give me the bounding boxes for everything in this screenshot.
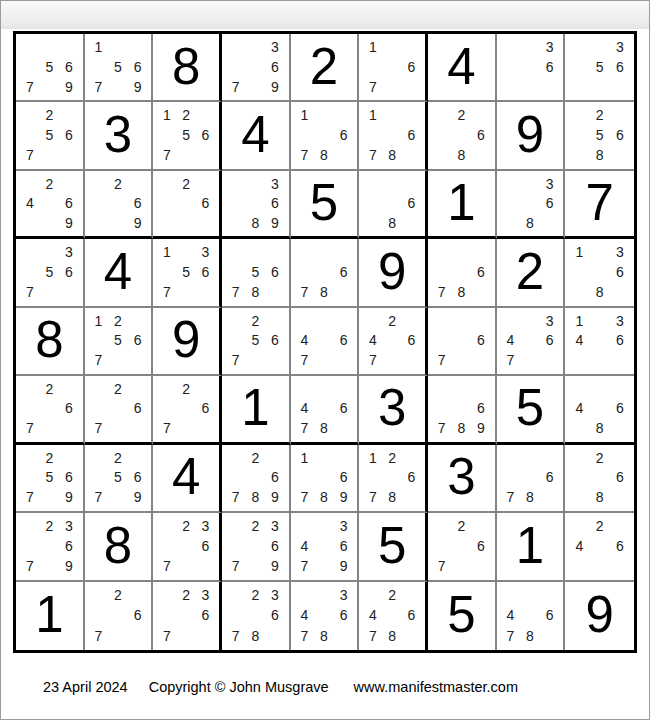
cell-r2c5[interactable]: 1678: [291, 102, 360, 170]
candidate-5: 5: [40, 262, 60, 282]
cell-r6c6[interactable]: 3: [359, 376, 428, 444]
candidate-7: 7: [20, 418, 40, 437]
candidate-6: 6: [334, 399, 354, 418]
candidate-8: 8: [383, 626, 402, 646]
cell-r3c4[interactable]: 3689: [222, 171, 291, 239]
cell-r2c9[interactable]: 2568: [565, 102, 634, 170]
cell-r4c2[interactable]: 4: [85, 239, 154, 307]
candidate-8: 8: [314, 487, 334, 507]
candidate-6: 6: [334, 125, 354, 145]
candidate-5: 5: [40, 57, 60, 77]
pencil-marks: 5679: [16, 34, 83, 100]
pencil-marks: 15679: [85, 34, 152, 100]
cell-value: 9: [516, 109, 544, 160]
candidate-6: 6: [610, 262, 630, 282]
candidate-7: 7: [89, 487, 109, 507]
candidate-3: 3: [540, 37, 560, 57]
candidate-6: 6: [540, 605, 560, 625]
cell-r9c8[interactable]: 4678: [497, 582, 566, 650]
candidate-3: 3: [334, 585, 354, 605]
cell-r2c6[interactable]: 1678: [359, 102, 428, 170]
candidate-3: 3: [196, 242, 215, 262]
candidate-2: 2: [40, 174, 60, 193]
cell-r2c3[interactable]: 12567: [153, 102, 222, 170]
candidate-4: 4: [363, 605, 382, 625]
candidate-7: 7: [157, 282, 176, 302]
candidate-6: 6: [540, 467, 560, 487]
pencil-marks: 34679: [291, 513, 358, 579]
pencil-marks: 267: [16, 376, 83, 441]
cell-r3c5[interactable]: 5: [291, 171, 360, 239]
cell-r5c1[interactable]: 8: [16, 308, 85, 376]
candidate-6: 6: [59, 262, 79, 282]
candidate-1: 1: [157, 242, 176, 262]
candidate-2: 2: [40, 105, 60, 125]
cell-r3c1[interactable]: 2469: [16, 171, 85, 239]
candidate-7: 7: [89, 350, 109, 370]
cell-r3c3[interactable]: 26: [153, 171, 222, 239]
cell-value: 5: [310, 177, 338, 228]
candidate-7: 7: [20, 282, 40, 302]
cell-r2c4[interactable]: 4: [222, 102, 291, 170]
cell-r7c8[interactable]: 678: [497, 445, 566, 513]
candidate-5: 5: [177, 125, 196, 145]
candidate-6: 6: [471, 262, 491, 282]
candidate-6: 6: [334, 605, 354, 625]
pencil-marks: 2367: [153, 513, 219, 579]
candidate-2: 2: [383, 311, 402, 331]
cell-r1c8[interactable]: 36: [497, 34, 566, 102]
candidate-7: 7: [363, 77, 382, 97]
candidate-1: 1: [89, 311, 109, 331]
candidate-3: 3: [59, 516, 79, 536]
pencil-marks: 2567: [222, 308, 289, 374]
candidate-9: 9: [265, 77, 285, 97]
pencil-marks: 23679: [222, 513, 289, 579]
sudoku-board: 5679156798367921674363562567312567416781…: [13, 31, 637, 653]
cell-r7c9[interactable]: 268: [565, 445, 634, 513]
cell-r5c3[interactable]: 9: [153, 308, 222, 376]
cell-r8c4[interactable]: 23679: [222, 513, 291, 581]
candidate-9: 9: [59, 556, 79, 576]
cell-r5c8[interactable]: 3467: [497, 308, 566, 376]
candidate-2: 2: [108, 585, 128, 605]
candidate-7: 7: [226, 626, 246, 646]
candidate-5: 5: [590, 125, 610, 145]
candidate-6: 6: [265, 605, 285, 625]
pencil-marks: 36: [497, 34, 564, 100]
candidate-8: 8: [452, 282, 472, 302]
candidate-7: 7: [20, 556, 40, 576]
candidate-8: 8: [520, 487, 540, 507]
candidate-4: 4: [569, 399, 589, 418]
candidate-9: 9: [59, 213, 79, 232]
candidate-6: 6: [610, 331, 630, 351]
cell-r4c8[interactable]: 2: [497, 239, 566, 307]
cell-value: 7: [585, 177, 613, 228]
pencil-marks: 678: [497, 445, 564, 511]
candidate-2: 2: [108, 174, 128, 193]
candidate-4: 4: [569, 536, 589, 556]
pencil-marks: 2469: [16, 171, 83, 236]
pencil-marks: 246: [565, 513, 634, 579]
cell-r1c7[interactable]: 4: [428, 34, 497, 102]
cell-r3c8[interactable]: 368: [497, 171, 566, 239]
candidate-2: 2: [246, 585, 266, 605]
candidate-6: 6: [128, 193, 148, 212]
candidate-6: 6: [334, 467, 354, 487]
candidate-1: 1: [157, 105, 176, 125]
pencil-marks: 2568: [565, 102, 634, 168]
pencil-marks: 24678: [359, 582, 425, 650]
pencil-marks: 356: [565, 34, 634, 100]
candidate-7: 7: [295, 487, 315, 507]
candidate-7: 7: [226, 487, 246, 507]
candidate-2: 2: [590, 516, 610, 536]
candidate-9: 9: [265, 556, 285, 576]
cell-value: 5: [516, 382, 544, 433]
cell-r5c5[interactable]: 467: [291, 308, 360, 376]
candidate-9: 9: [471, 418, 491, 437]
cell-r4c1[interactable]: 3567: [16, 239, 85, 307]
candidate-7: 7: [295, 145, 315, 165]
candidate-6: 6: [610, 536, 630, 556]
candidate-7: 7: [89, 418, 109, 437]
pencil-marks: 26789: [222, 445, 289, 511]
cell-r8c1[interactable]: 23679: [16, 513, 85, 581]
pencil-marks: 678: [428, 239, 495, 305]
cell-r6c9[interactable]: 468: [565, 376, 634, 444]
cell-r9c9[interactable]: 9: [565, 582, 634, 650]
cell-r8c2[interactable]: 8: [85, 513, 154, 581]
candidate-8: 8: [314, 626, 334, 646]
pencil-marks: 2467: [359, 308, 425, 374]
candidate-2: 2: [108, 448, 128, 468]
pencil-marks: 25679: [85, 445, 152, 511]
candidate-6: 6: [334, 331, 354, 351]
cell-r9c6[interactable]: 24678: [359, 582, 428, 650]
candidate-7: 7: [226, 77, 246, 97]
cell-r7c5[interactable]: 16789: [291, 445, 360, 513]
cell-r1c9[interactable]: 356: [565, 34, 634, 102]
footer: 23 April 2024 Copyright © John Musgrave …: [43, 679, 518, 695]
candidate-4: 4: [295, 605, 315, 625]
pencil-marks: 167: [359, 34, 425, 100]
cell-value: 1: [447, 177, 475, 228]
cell-r7c3[interactable]: 4: [153, 445, 222, 513]
cell-value: 8: [35, 314, 63, 365]
candidate-9: 9: [128, 487, 148, 507]
cell-r5c9[interactable]: 1346: [565, 308, 634, 376]
candidate-4: 4: [501, 331, 521, 351]
cell-value: 2: [516, 246, 544, 297]
candidate-2: 2: [246, 516, 266, 536]
candidate-6: 6: [402, 57, 421, 77]
candidate-6: 6: [196, 605, 215, 625]
candidate-7: 7: [295, 282, 315, 302]
cell-r4c3[interactable]: 13567: [153, 239, 222, 307]
pencil-marks: 267: [85, 376, 152, 441]
pencil-marks: 267: [428, 513, 495, 579]
candidate-7: 7: [20, 77, 40, 97]
candidate-2: 2: [40, 448, 60, 468]
cell-r2c1[interactable]: 2567: [16, 102, 85, 170]
candidate-9: 9: [59, 77, 79, 97]
candidate-4: 4: [363, 331, 382, 351]
pencil-marks: 13567: [153, 239, 219, 305]
cell-r3c2[interactable]: 269: [85, 171, 154, 239]
candidate-8: 8: [520, 626, 540, 646]
candidate-5: 5: [590, 57, 610, 77]
candidate-2: 2: [177, 105, 196, 125]
cell-r8c8[interactable]: 1: [497, 513, 566, 581]
candidate-2: 2: [590, 105, 610, 125]
candidate-3: 3: [334, 516, 354, 536]
candidate-6: 6: [471, 331, 491, 351]
candidate-1: 1: [295, 448, 315, 468]
pencil-marks: 1678: [359, 102, 425, 168]
candidate-6: 6: [265, 536, 285, 556]
candidate-6: 6: [265, 262, 285, 282]
candidate-7: 7: [501, 626, 521, 646]
cell-r7c2[interactable]: 25679: [85, 445, 154, 513]
cell-r6c7[interactable]: 6789: [428, 376, 497, 444]
candidate-6: 6: [196, 536, 215, 556]
candidate-9: 9: [265, 213, 285, 232]
pencil-marks: 1346: [565, 308, 634, 374]
candidate-6: 6: [59, 467, 79, 487]
candidate-4: 4: [295, 536, 315, 556]
cell-value: 4: [241, 109, 269, 160]
candidate-6: 6: [196, 125, 215, 145]
candidate-7: 7: [226, 350, 246, 370]
cell-r4c7[interactable]: 678: [428, 239, 497, 307]
candidate-5: 5: [246, 262, 266, 282]
cell-r4c6[interactable]: 9: [359, 239, 428, 307]
candidate-3: 3: [265, 174, 285, 193]
cell-r1c1[interactable]: 5679: [16, 34, 85, 102]
candidate-3: 3: [265, 37, 285, 57]
cell-r6c4[interactable]: 1: [222, 376, 291, 444]
candidate-7: 7: [157, 626, 176, 646]
candidate-2: 2: [177, 379, 196, 398]
cell-r3c6[interactable]: 68: [359, 171, 428, 239]
candidate-4: 4: [501, 605, 521, 625]
cell-value: 3: [378, 382, 406, 433]
candidate-7: 7: [20, 487, 40, 507]
cell-r5c6[interactable]: 2467: [359, 308, 428, 376]
pencil-marks: 3679: [222, 34, 289, 100]
candidate-3: 3: [196, 585, 215, 605]
candidate-9: 9: [334, 487, 354, 507]
candidate-6: 6: [402, 125, 421, 145]
candidate-6: 6: [265, 57, 285, 77]
cell-r9c2[interactable]: 267: [85, 582, 154, 650]
cell-r1c6[interactable]: 167: [359, 34, 428, 102]
candidate-2: 2: [177, 174, 196, 193]
pencil-marks: 267: [153, 376, 219, 441]
cell-r1c5[interactable]: 2: [291, 34, 360, 102]
cell-r4c9[interactable]: 1368: [565, 239, 634, 307]
candidate-2: 2: [108, 311, 128, 331]
cell-r8c5[interactable]: 34679: [291, 513, 360, 581]
candidate-6: 6: [265, 467, 285, 487]
pencil-marks: 1678: [291, 102, 358, 168]
candidate-4: 4: [295, 331, 315, 351]
candidate-2: 2: [383, 585, 402, 605]
pencil-marks: 25679: [16, 445, 83, 511]
cell-r4c4[interactable]: 5678: [222, 239, 291, 307]
cell-r9c4[interactable]: 23678: [222, 582, 291, 650]
cell-value: 5: [447, 589, 475, 640]
candidate-7: 7: [226, 282, 246, 302]
pencil-marks: 6789: [428, 376, 495, 441]
cell-r2c8[interactable]: 9: [497, 102, 566, 170]
candidate-7: 7: [226, 556, 246, 576]
candidate-8: 8: [314, 145, 334, 165]
candidate-6: 6: [540, 57, 560, 77]
cell-value: 1: [241, 382, 269, 433]
candidate-9: 9: [128, 77, 148, 97]
candidate-2: 2: [246, 311, 266, 331]
candidate-2: 2: [177, 516, 196, 536]
candidate-6: 6: [128, 331, 148, 351]
candidate-8: 8: [246, 282, 266, 302]
candidate-5: 5: [40, 125, 60, 145]
cell-r7c1[interactable]: 25679: [16, 445, 85, 513]
pencil-marks: 3567: [16, 239, 83, 305]
candidate-1: 1: [569, 311, 589, 331]
pencil-marks: 3467: [497, 308, 564, 374]
cell-r8c9[interactable]: 246: [565, 513, 634, 581]
cell-r1c2[interactable]: 15679: [85, 34, 154, 102]
cell-r5c7[interactable]: 67: [428, 308, 497, 376]
candidate-8: 8: [246, 487, 266, 507]
candidate-3: 3: [610, 311, 630, 331]
pencil-marks: 269: [85, 171, 152, 236]
cell-r7c4[interactable]: 26789: [222, 445, 291, 513]
candidate-6: 6: [196, 193, 215, 212]
candidate-3: 3: [59, 242, 79, 262]
candidate-6: 6: [471, 536, 491, 556]
candidate-8: 8: [246, 626, 266, 646]
candidate-8: 8: [590, 418, 610, 437]
candidate-1: 1: [569, 242, 589, 262]
cell-r9c1[interactable]: 1: [16, 582, 85, 650]
cell-r4c5[interactable]: 678: [291, 239, 360, 307]
cell-r6c8[interactable]: 5: [497, 376, 566, 444]
candidate-6: 6: [540, 331, 560, 351]
candidate-6: 6: [59, 125, 79, 145]
candidate-6: 6: [402, 605, 421, 625]
candidate-6: 6: [128, 57, 148, 77]
candidate-7: 7: [363, 350, 382, 370]
pencil-marks: 2367: [153, 582, 219, 650]
candidate-6: 6: [610, 399, 630, 418]
cell-r5c4[interactable]: 2567: [222, 308, 291, 376]
candidate-3: 3: [610, 37, 630, 57]
cell-r6c3[interactable]: 267: [153, 376, 222, 444]
footer-copyright: Copyright © John Musgrave: [149, 679, 329, 695]
candidate-8: 8: [520, 213, 540, 232]
candidate-6: 6: [265, 331, 285, 351]
cell-value: 3: [104, 109, 132, 160]
candidate-5: 5: [108, 331, 128, 351]
candidate-7: 7: [432, 350, 452, 370]
cell-r3c7[interactable]: 1: [428, 171, 497, 239]
cell-r8c6[interactable]: 5: [359, 513, 428, 581]
candidate-9: 9: [128, 213, 148, 232]
candidate-5: 5: [177, 262, 196, 282]
cell-r9c7[interactable]: 5: [428, 582, 497, 650]
cell-r2c7[interactable]: 268: [428, 102, 497, 170]
cell-value: 4: [104, 246, 132, 297]
cell-r5c2[interactable]: 12567: [85, 308, 154, 376]
candidate-4: 4: [295, 399, 315, 418]
cell-r2c2[interactable]: 3: [85, 102, 154, 170]
candidate-8: 8: [314, 418, 334, 437]
cell-r9c5[interactable]: 34678: [291, 582, 360, 650]
candidate-8: 8: [246, 213, 266, 232]
cell-r6c2[interactable]: 267: [85, 376, 154, 444]
candidate-7: 7: [363, 145, 382, 165]
pencil-marks: 34678: [291, 582, 358, 650]
candidate-8: 8: [314, 282, 334, 302]
candidate-2: 2: [246, 448, 266, 468]
candidate-7: 7: [432, 282, 452, 302]
candidate-6: 6: [265, 193, 285, 212]
candidate-6: 6: [402, 193, 421, 212]
cell-r7c7[interactable]: 3: [428, 445, 497, 513]
cell-r7c6[interactable]: 12678: [359, 445, 428, 513]
candidate-1: 1: [89, 37, 109, 57]
cell-r8c7[interactable]: 267: [428, 513, 497, 581]
cell-r8c3[interactable]: 2367: [153, 513, 222, 581]
cell-value: 3: [447, 451, 475, 502]
candidate-6: 6: [59, 193, 79, 212]
candidate-5: 5: [246, 331, 266, 351]
candidate-7: 7: [501, 487, 521, 507]
candidate-2: 2: [590, 448, 610, 468]
cell-r6c1[interactable]: 267: [16, 376, 85, 444]
cell-value: 8: [104, 520, 132, 571]
pencil-marks: 1368: [565, 239, 634, 305]
cell-r3c9[interactable]: 7: [565, 171, 634, 239]
candidate-7: 7: [89, 77, 109, 97]
candidate-6: 6: [540, 193, 560, 212]
candidate-2: 2: [177, 585, 196, 605]
candidate-7: 7: [295, 626, 315, 646]
cell-r1c3[interactable]: 8: [153, 34, 222, 102]
pencil-marks: 268: [565, 445, 634, 511]
pencil-marks: 12567: [85, 308, 152, 374]
candidate-3: 3: [265, 585, 285, 605]
candidate-7: 7: [89, 626, 109, 646]
candidate-7: 7: [20, 145, 40, 165]
pencil-marks: 268: [428, 102, 495, 168]
candidate-8: 8: [383, 213, 402, 232]
pencil-marks: 468: [565, 376, 634, 441]
candidate-6: 6: [128, 605, 148, 625]
candidate-1: 1: [363, 448, 382, 468]
cell-value: 9: [585, 589, 613, 640]
cell-r1c4[interactable]: 3679: [222, 34, 291, 102]
cell-r6c5[interactable]: 4678: [291, 376, 360, 444]
cell-r9c3[interactable]: 2367: [153, 582, 222, 650]
candidate-9: 9: [59, 487, 79, 507]
candidate-6: 6: [59, 536, 79, 556]
candidate-6: 6: [128, 399, 148, 418]
